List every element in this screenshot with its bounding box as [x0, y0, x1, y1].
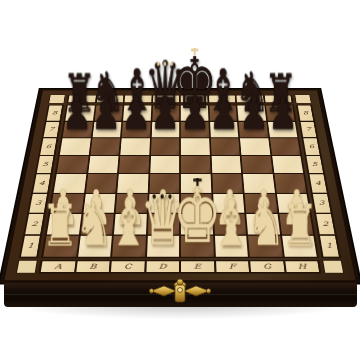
square-b6: [90, 138, 120, 155]
file-labels: ABCDEFGH: [39, 260, 322, 273]
piece-white-rook: ♜: [282, 197, 318, 255]
square-a7: ♟: [63, 122, 93, 138]
file-label-f: F: [216, 261, 250, 272]
square-h1: ♜: [282, 235, 317, 256]
file-label-b: B: [76, 261, 110, 272]
piece-white-knight: ♞: [75, 194, 113, 254]
square-b1: ♞: [78, 235, 112, 256]
cross-accent: ✚: [192, 172, 202, 188]
rank-label-7: 7: [301, 122, 317, 138]
file-label-e: E: [181, 261, 214, 272]
square-g6: [240, 138, 270, 155]
file-label-d: D: [146, 261, 179, 272]
file-label-g: G: [250, 261, 284, 272]
square-d6: [151, 138, 180, 155]
square-f7: ♟: [210, 122, 239, 138]
square-c7: ♟: [122, 122, 151, 138]
piece-black-pawn: ♟: [91, 89, 121, 136]
square-g1: ♞: [248, 235, 282, 256]
rank-label-5: 5: [306, 156, 323, 173]
square-e7: ♟: [181, 122, 209, 138]
frame-corner: [16, 260, 38, 273]
rank-label-6: 6: [303, 138, 319, 155]
rank-label-2: 2: [316, 214, 335, 234]
rank-label-6: 6: [40, 138, 56, 155]
chess-board: 87654321 ♜♞♝♛•••♚✚♝♞♜♟♟♟♟♟♟♟♟♟♟♟♟♟♟♟♟♜♞♝…: [0, 89, 360, 283]
rank-label-8: 8: [298, 106, 314, 121]
piece-black-pawn: ♟: [150, 89, 180, 136]
piece-black-pawn: ♟: [121, 89, 151, 136]
piece-black-pawn: ♟: [239, 89, 269, 136]
square-e6: [181, 138, 210, 155]
square-g7: ♟: [239, 122, 268, 138]
square-e1: ♚✚: [181, 235, 214, 256]
square-h7: ♟: [268, 122, 298, 138]
square-h5: [272, 156, 303, 173]
square-g5: [241, 156, 272, 173]
rank-label-7: 7: [43, 122, 59, 138]
beads-accent: •••: [151, 189, 174, 205]
square-c6: [120, 138, 149, 155]
square-h6: [270, 138, 301, 155]
rank-label-4: 4: [309, 174, 326, 192]
rank-label-1: 1: [21, 235, 40, 256]
chess-set-photo: 87654321 ♜♞♝♛•••♚✚♝♞♜♟♟♟♟♟♟♟♟♟♟♟♟♟♟♟♟♜♞♝…: [0, 0, 360, 360]
square-f1: ♝: [215, 235, 248, 256]
board-grid: ♜♞♝♛•••♚✚♝♞♜♟♟♟♟♟♟♟♟♟♟♟♟♟♟♟♟♜♞♝♛•••♚✚♝♞♜: [41, 105, 319, 258]
piece-black-pawn: ♟: [180, 89, 210, 136]
file-label-c: C: [111, 261, 145, 272]
piece-black-pawn: ♟: [268, 89, 298, 136]
square-a1: ♜: [43, 235, 78, 256]
piece-white-knight: ♞: [247, 194, 285, 254]
piece-white-bishop: ♝: [212, 192, 252, 255]
square-a6: [60, 138, 91, 155]
rank-label-1: 1: [320, 235, 339, 256]
rank-label-5: 5: [37, 156, 54, 173]
square-b7: ♟: [92, 122, 121, 138]
brass-clasp-icon: [148, 276, 212, 308]
cross-accent: ✚: [190, 43, 198, 57]
square-b5: [88, 156, 119, 173]
piece-black-pawn: ♟: [209, 89, 239, 136]
piece-white-rook: ♜: [42, 197, 78, 255]
file-label-a: A: [41, 261, 75, 272]
frame-corner: [322, 260, 344, 273]
board-frame: 87654321 ♜♞♝♛•••♚✚♝♞♜♟♟♟♟♟♟♟♟♟♟♟♟♟♟♟♟♜♞♝…: [0, 89, 360, 283]
square-d7: ♟: [151, 122, 179, 138]
square-a5: [57, 156, 88, 173]
rank-label-8: 8: [47, 106, 63, 121]
piece-black-pawn: ♟: [62, 89, 92, 136]
file-label-h: H: [285, 261, 319, 272]
square-f6: [210, 138, 239, 155]
square-c5: [119, 156, 149, 173]
